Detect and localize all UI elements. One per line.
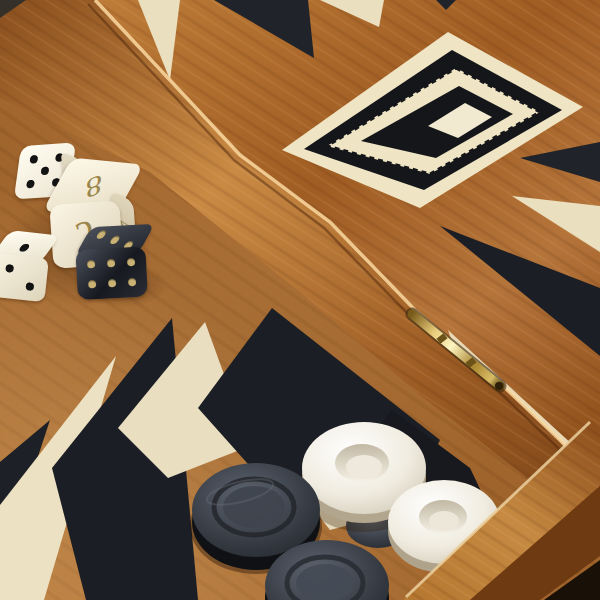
die-pip <box>109 236 122 245</box>
die-pip <box>25 282 34 291</box>
black-die[interactable] <box>74 222 156 300</box>
doubling-cube-top-value: 8 <box>85 167 102 205</box>
white-die-2[interactable] <box>0 229 59 303</box>
die-pip <box>29 155 38 164</box>
die-pip <box>108 279 116 287</box>
die-pip <box>128 278 136 286</box>
die-pip <box>18 243 31 251</box>
die-pip <box>87 260 95 268</box>
white-die-2-front-face <box>0 253 49 302</box>
black-die-front-face <box>75 246 148 300</box>
die-pip <box>96 230 109 239</box>
die-pip <box>126 258 134 266</box>
die-pip <box>25 180 34 189</box>
die-pip <box>88 280 96 288</box>
die-pip <box>107 259 115 267</box>
die-pip <box>5 264 14 273</box>
backgammon-case-photo: 8 4 2 <box>0 0 600 600</box>
